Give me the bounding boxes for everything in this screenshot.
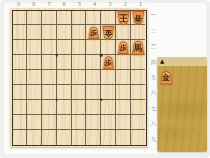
- board-square[interactable]: [72, 100, 87, 115]
- board-square[interactable]: [42, 100, 57, 115]
- row-label: 七: [151, 105, 157, 112]
- board-square[interactable]: [57, 25, 72, 40]
- row-label: 四: [151, 59, 157, 66]
- board-square[interactable]: [42, 25, 57, 40]
- board-square[interactable]: [86, 85, 101, 100]
- board-square[interactable]: [27, 40, 42, 55]
- board-square[interactable]: [116, 100, 131, 115]
- board-square[interactable]: [116, 85, 131, 100]
- board-square[interactable]: [72, 70, 87, 85]
- board-square[interactable]: [131, 130, 146, 145]
- piece-gote-gold[interactable]: 金: [102, 26, 115, 40]
- board-square[interactable]: [42, 115, 57, 130]
- board-square[interactable]: [116, 115, 131, 130]
- board-square[interactable]: [131, 55, 146, 70]
- column-labels: 987654321: [11, 1, 148, 7]
- board-square[interactable]: [42, 40, 57, 55]
- piece-gote-lance[interactable]: 香: [132, 11, 145, 25]
- piece-stand-sente: ▲ 金: [157, 57, 207, 152]
- row-label: 三: [151, 43, 157, 50]
- board-square[interactable]: [86, 130, 101, 145]
- row-label: 八: [151, 120, 157, 127]
- col-label: 5: [72, 1, 87, 7]
- board-square[interactable]: [27, 70, 42, 85]
- row-label: 二: [151, 28, 157, 35]
- board-square[interactable]: [116, 55, 131, 70]
- board-square[interactable]: [57, 70, 72, 85]
- board-grid: 王香歩金歩馬歩: [12, 10, 147, 146]
- piece-sente-promoted-bishop[interactable]: 馬: [132, 41, 145, 55]
- board-square[interactable]: [13, 11, 28, 26]
- row-label: 六: [151, 89, 157, 96]
- board-square[interactable]: [86, 11, 101, 26]
- board-square[interactable]: [13, 85, 28, 100]
- piece-sente-pawn[interactable]: 歩: [88, 27, 99, 40]
- piece-gote-king[interactable]: 王: [117, 11, 130, 25]
- board-square[interactable]: [42, 130, 57, 145]
- board-square[interactable]: [27, 55, 42, 70]
- piece-slot-1-3: 馬: [131, 40, 146, 55]
- board-square[interactable]: [27, 100, 42, 115]
- piece-slot-2-1: 王: [116, 11, 131, 26]
- row-label: 一: [151, 12, 157, 19]
- board-square[interactable]: [72, 40, 87, 55]
- board-square[interactable]: [101, 100, 116, 115]
- board-square[interactable]: [116, 130, 131, 145]
- board-square[interactable]: [13, 55, 28, 70]
- col-label: 3: [102, 1, 117, 7]
- board-square[interactable]: [27, 115, 42, 130]
- board-square[interactable]: [116, 25, 131, 40]
- sente-triangle-icon: ▲: [160, 59, 164, 65]
- piece-stand-header: ▲: [157, 57, 207, 66]
- col-label: 8: [26, 1, 41, 7]
- board-square[interactable]: [13, 40, 28, 55]
- board-square[interactable]: [131, 115, 146, 130]
- board-square[interactable]: [27, 25, 42, 40]
- board-square[interactable]: [57, 55, 72, 70]
- board-square[interactable]: [57, 11, 72, 26]
- board-square[interactable]: [101, 40, 116, 55]
- piece-slot-2-3: 歩: [116, 40, 131, 55]
- col-label: 9: [11, 1, 26, 7]
- piece-sente-gold[interactable]: 金: [160, 71, 173, 85]
- star-point: [100, 99, 103, 102]
- board-square[interactable]: [86, 55, 101, 70]
- board-square[interactable]: [13, 70, 28, 85]
- col-label: 6: [57, 1, 72, 7]
- piece-slot-1-1: 香: [131, 11, 146, 26]
- board-square[interactable]: [131, 70, 146, 85]
- board-square[interactable]: [101, 85, 116, 100]
- board-square[interactable]: [42, 85, 57, 100]
- board-square[interactable]: [13, 115, 28, 130]
- board-square[interactable]: [57, 130, 72, 145]
- col-label: 7: [41, 1, 56, 7]
- board-square[interactable]: [86, 40, 101, 55]
- hand-pieces-area: 金: [157, 66, 207, 90]
- board-square[interactable]: [116, 70, 131, 85]
- shogi-app: 987654321 王香歩金歩馬歩 一二三四五六七八九 ▲ 金: [0, 0, 210, 158]
- board-square[interactable]: [72, 85, 87, 100]
- board-square[interactable]: [72, 115, 87, 130]
- board-square[interactable]: [13, 130, 28, 145]
- col-label: 4: [87, 1, 102, 7]
- star-point: [56, 99, 59, 102]
- board-square[interactable]: [101, 70, 116, 85]
- board-square[interactable]: [86, 115, 101, 130]
- board-square[interactable]: [86, 100, 101, 115]
- shogi-board: 王香歩金歩馬歩: [10, 8, 148, 147]
- board-square[interactable]: [42, 11, 57, 26]
- col-label: 1: [133, 1, 148, 7]
- col-label: 2: [118, 1, 133, 7]
- board-square[interactable]: [42, 55, 57, 70]
- board-square[interactable]: [27, 130, 42, 145]
- board-square[interactable]: [57, 40, 72, 55]
- board-square[interactable]: [57, 85, 72, 100]
- board-square[interactable]: [57, 100, 72, 115]
- board-square[interactable]: [72, 55, 87, 70]
- board-square[interactable]: [13, 25, 28, 40]
- board-square[interactable]: [72, 130, 87, 145]
- board-square[interactable]: [101, 130, 116, 145]
- piece-sente-pawn[interactable]: 歩: [103, 56, 114, 69]
- piece-sente-pawn[interactable]: 歩: [118, 41, 129, 54]
- board-square[interactable]: [131, 100, 146, 115]
- board-square[interactable]: [131, 25, 146, 40]
- piece-slot-4-2: 歩: [86, 25, 101, 40]
- board-square[interactable]: [86, 70, 101, 85]
- star-point: [56, 54, 59, 57]
- row-label: 九: [151, 136, 157, 143]
- board-square[interactable]: [101, 11, 116, 26]
- board-square[interactable]: [131, 85, 146, 100]
- board-square[interactable]: [72, 25, 87, 40]
- piece-slot-3-4: 歩: [101, 55, 116, 70]
- board-square[interactable]: [72, 11, 87, 26]
- board-square[interactable]: [13, 100, 28, 115]
- board-square[interactable]: [27, 11, 42, 26]
- board-square[interactable]: [57, 115, 72, 130]
- row-label: 五: [151, 74, 157, 81]
- board-square[interactable]: [101, 115, 116, 130]
- piece-slot-3-2: 金: [101, 25, 116, 40]
- board-square[interactable]: [42, 70, 57, 85]
- board-square[interactable]: [27, 85, 42, 100]
